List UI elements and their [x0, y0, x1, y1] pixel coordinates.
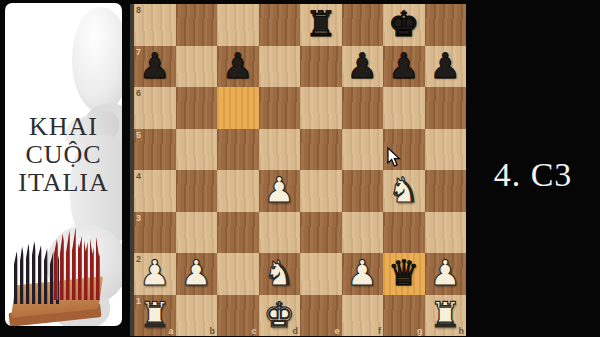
- black-pawn[interactable]: ♟: [222, 49, 253, 84]
- square-b3[interactable]: [176, 212, 218, 254]
- black-pawn[interactable]: ♟: [347, 49, 378, 84]
- file-label-g: g: [417, 326, 423, 336]
- black-pawn[interactable]: ♟: [430, 49, 461, 84]
- rank-label-3: 3: [136, 213, 141, 223]
- square-b2[interactable]: ♟: [176, 253, 218, 295]
- square-c4[interactable]: [217, 170, 259, 212]
- square-d4[interactable]: ♟: [259, 170, 301, 212]
- black-rook[interactable]: ♜: [305, 7, 336, 42]
- square-f5[interactable]: [342, 129, 384, 171]
- black-pawn[interactable]: ♟: [388, 49, 419, 84]
- square-g1[interactable]: g: [383, 295, 425, 337]
- square-h5[interactable]: [425, 129, 467, 171]
- square-e5[interactable]: [300, 129, 342, 171]
- square-h2[interactable]: ♟: [425, 253, 467, 295]
- square-d2[interactable]: ♞: [259, 253, 301, 295]
- square-g6[interactable]: [383, 87, 425, 129]
- square-c7[interactable]: ♟: [217, 46, 259, 88]
- file-label-c: c: [251, 326, 256, 336]
- rank-label-4: 4: [136, 171, 141, 181]
- white-pawn[interactable]: ♟: [264, 173, 295, 208]
- square-b5[interactable]: [176, 129, 218, 171]
- white-pawn[interactable]: ♟: [139, 256, 170, 291]
- video-frame: KHAI CUỘC ITALIA 8♜♚7♟♟♟♟♟654♟♞32♟♟♞♟♛♟1…: [0, 0, 600, 337]
- square-a7[interactable]: 7♟: [134, 46, 176, 88]
- square-g3[interactable]: [383, 212, 425, 254]
- square-f6[interactable]: [342, 87, 384, 129]
- white-rook[interactable]: ♜: [430, 298, 461, 333]
- square-h8[interactable]: [425, 4, 467, 46]
- square-g4[interactable]: ♞: [383, 170, 425, 212]
- mini-set-red-pieces: [54, 226, 102, 300]
- square-h7[interactable]: ♟: [425, 46, 467, 88]
- square-d6[interactable]: [259, 87, 301, 129]
- square-e1[interactable]: e: [300, 295, 342, 337]
- square-c5[interactable]: [217, 129, 259, 171]
- square-f3[interactable]: [342, 212, 384, 254]
- intro-panel: KHAI CUỘC ITALIA: [5, 3, 122, 326]
- square-b4[interactable]: [176, 170, 218, 212]
- square-e4[interactable]: [300, 170, 342, 212]
- panel-title-line-3: ITALIA: [5, 169, 122, 197]
- square-d3[interactable]: [259, 212, 301, 254]
- white-pawn[interactable]: ♟: [347, 256, 378, 291]
- square-c8[interactable]: [217, 4, 259, 46]
- rank-label-6: 6: [136, 88, 141, 98]
- square-a1[interactable]: 1a♜: [134, 295, 176, 337]
- white-pawn[interactable]: ♟: [430, 256, 461, 291]
- panel-title: KHAI CUỘC ITALIA: [5, 113, 122, 197]
- white-rook[interactable]: ♜: [139, 298, 170, 333]
- white-pawn[interactable]: ♟: [181, 256, 212, 291]
- square-f7[interactable]: ♟: [342, 46, 384, 88]
- square-h1[interactable]: h♜: [425, 295, 467, 337]
- square-g8[interactable]: ♚: [383, 4, 425, 46]
- file-label-f: f: [378, 326, 381, 336]
- black-queen[interactable]: ♛: [388, 256, 419, 291]
- white-knight[interactable]: ♞: [388, 173, 419, 208]
- square-f2[interactable]: ♟: [342, 253, 384, 295]
- square-a8[interactable]: 8: [134, 4, 176, 46]
- square-f4[interactable]: [342, 170, 384, 212]
- square-a5[interactable]: 5: [134, 129, 176, 171]
- square-c3[interactable]: [217, 212, 259, 254]
- square-d5[interactable]: [259, 129, 301, 171]
- square-d1[interactable]: d♚: [259, 295, 301, 337]
- panel-title-line-2: CUỘC: [5, 141, 122, 169]
- thinker-figure-head: [72, 7, 122, 113]
- square-a6[interactable]: 6: [134, 87, 176, 129]
- rank-label-5: 5: [136, 130, 141, 140]
- white-king[interactable]: ♚: [264, 298, 295, 333]
- square-d8[interactable]: [259, 4, 301, 46]
- mini-set-black-pieces: [14, 240, 59, 304]
- white-knight[interactable]: ♞: [264, 256, 295, 291]
- square-b8[interactable]: [176, 4, 218, 46]
- chess-board: 8♜♚7♟♟♟♟♟654♟♞32♟♟♞♟♛♟1a♜bcd♚efgh♜: [130, 4, 466, 336]
- square-a2[interactable]: 2♟: [134, 253, 176, 295]
- square-c6[interactable]: [217, 87, 259, 129]
- move-caption: 4. C3: [466, 156, 600, 194]
- square-a3[interactable]: 3: [134, 212, 176, 254]
- square-b6[interactable]: [176, 87, 218, 129]
- file-label-e: e: [334, 326, 339, 336]
- square-g2[interactable]: ♛: [383, 253, 425, 295]
- file-label-b: b: [210, 326, 216, 336]
- black-pawn[interactable]: ♟: [139, 49, 170, 84]
- square-b1[interactable]: b: [176, 295, 218, 337]
- square-d7[interactable]: [259, 46, 301, 88]
- square-h6[interactable]: [425, 87, 467, 129]
- square-a4[interactable]: 4: [134, 170, 176, 212]
- mini-chess-set-image: [7, 226, 109, 322]
- square-f8[interactable]: [342, 4, 384, 46]
- square-c1[interactable]: c: [217, 295, 259, 337]
- mouse-cursor-icon: [387, 147, 401, 168]
- square-c2[interactable]: [217, 253, 259, 295]
- square-b7[interactable]: [176, 46, 218, 88]
- square-h3[interactable]: [425, 212, 467, 254]
- square-f1[interactable]: f: [342, 295, 384, 337]
- panel-title-line-1: KHAI: [5, 113, 122, 141]
- square-e3[interactable]: [300, 212, 342, 254]
- rank-label-8: 8: [136, 5, 141, 15]
- square-e8[interactable]: ♜: [300, 4, 342, 46]
- square-h4[interactable]: [425, 170, 467, 212]
- square-e2[interactable]: [300, 253, 342, 295]
- square-g7[interactable]: ♟: [383, 46, 425, 88]
- black-king[interactable]: ♚: [388, 7, 419, 42]
- square-e7[interactable]: [300, 46, 342, 88]
- square-e6[interactable]: [300, 87, 342, 129]
